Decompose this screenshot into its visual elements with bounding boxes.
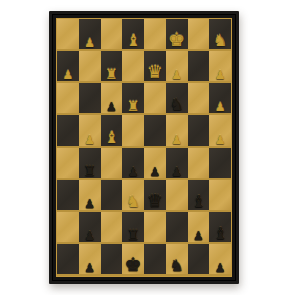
piece-gold-queen-e7[interactable]: ♛ — [147, 63, 163, 81]
square-b8[interactable]: ♟ — [79, 19, 101, 51]
piece-black-pawn-h1[interactable]: ♟ — [215, 262, 226, 274]
square-g4[interactable] — [188, 148, 210, 180]
square-b1[interactable]: ♟ — [79, 244, 101, 276]
square-a1[interactable] — [57, 244, 79, 276]
piece-black-pawn-c6[interactable]: ♟ — [106, 101, 117, 113]
piece-black-rook-b4[interactable]: ♜ — [83, 164, 96, 178]
square-b7[interactable] — [79, 51, 101, 83]
piece-black-pawn-d4[interactable]: ♟ — [128, 166, 139, 178]
square-a5[interactable] — [57, 115, 79, 147]
square-a6[interactable] — [57, 83, 79, 115]
square-b3[interactable]: ♟ — [79, 180, 101, 212]
piece-black-pawn-b2[interactable]: ♟ — [84, 230, 95, 242]
square-c6[interactable]: ♟ — [101, 83, 123, 115]
piece-black-king-d1[interactable]: ♚ — [125, 255, 142, 274]
chess-board-frame: ♟♝♚♞♟♜♛♟♟♟♜♞♟♟♝♟♟♜♟♟♟♟♞♛♝♟♜♟♝♟♚♞♟ — [49, 11, 239, 284]
square-f1[interactable]: ♞ — [166, 244, 188, 276]
square-h6[interactable]: ♟ — [209, 83, 231, 115]
square-d2[interactable]: ♜ — [122, 212, 144, 244]
square-f5[interactable]: ♟ — [166, 115, 188, 147]
square-g5[interactable] — [188, 115, 210, 147]
chess-board: ♟♝♚♞♟♜♛♟♟♟♜♞♟♟♝♟♟♜♟♟♟♟♞♛♝♟♜♟♝♟♚♞♟ — [57, 19, 231, 276]
square-d5[interactable] — [122, 115, 144, 147]
piece-gold-pawn-h7[interactable]: ♟ — [215, 69, 226, 81]
square-e5[interactable] — [144, 115, 166, 147]
square-c4[interactable] — [101, 148, 123, 180]
square-h2[interactable]: ♝ — [209, 212, 231, 244]
piece-gold-king-f8[interactable]: ♚ — [168, 30, 185, 49]
square-g8[interactable] — [188, 19, 210, 51]
piece-gold-pawn-h6[interactable]: ♟ — [215, 101, 226, 113]
square-d6[interactable]: ♜ — [122, 83, 144, 115]
piece-gold-pawn-b8[interactable]: ♟ — [84, 37, 95, 49]
square-e2[interactable] — [144, 212, 166, 244]
square-f2[interactable] — [166, 212, 188, 244]
square-d3[interactable]: ♞ — [122, 180, 144, 212]
piece-black-pawn-g2[interactable]: ♟ — [193, 230, 204, 242]
square-e6[interactable] — [144, 83, 166, 115]
square-d7[interactable] — [122, 51, 144, 83]
square-c2[interactable] — [101, 212, 123, 244]
piece-gold-pawn-a7[interactable]: ♟ — [62, 69, 73, 81]
square-g2[interactable]: ♟ — [188, 212, 210, 244]
square-f8[interactable]: ♚ — [166, 19, 188, 51]
piece-gold-pawn-f7[interactable]: ♟ — [171, 69, 182, 81]
piece-black-bishop-g3[interactable]: ♝ — [191, 194, 205, 210]
piece-black-knight-f1[interactable]: ♞ — [169, 258, 183, 274]
square-g3[interactable]: ♝ — [188, 180, 210, 212]
piece-black-knight-f6[interactable]: ♞ — [169, 97, 183, 113]
square-e4[interactable]: ♟ — [144, 148, 166, 180]
piece-black-bishop-h2[interactable]: ♝ — [213, 226, 227, 242]
square-h5[interactable]: ♟ — [209, 115, 231, 147]
piece-black-pawn-e4[interactable]: ♟ — [149, 166, 160, 178]
square-a4[interactable] — [57, 148, 79, 180]
piece-gold-bishop-d8[interactable]: ♝ — [126, 33, 140, 49]
square-f6[interactable]: ♞ — [166, 83, 188, 115]
square-c3[interactable] — [101, 180, 123, 212]
chess-board-trim: ♟♝♚♞♟♜♛♟♟♟♜♞♟♟♝♟♟♜♟♟♟♟♞♛♝♟♜♟♝♟♚♞♟ — [56, 18, 232, 277]
square-h8[interactable]: ♞ — [209, 19, 231, 51]
square-h3[interactable] — [209, 180, 231, 212]
square-d1[interactable]: ♚ — [122, 244, 144, 276]
square-a2[interactable] — [57, 212, 79, 244]
piece-black-queen-e3[interactable]: ♛ — [147, 192, 163, 210]
square-b5[interactable]: ♟ — [79, 115, 101, 147]
square-h1[interactable]: ♟ — [209, 244, 231, 276]
piece-gold-pawn-h5[interactable]: ♟ — [215, 134, 226, 146]
piece-black-pawn-b1[interactable]: ♟ — [84, 262, 95, 274]
square-g6[interactable] — [188, 83, 210, 115]
square-c1[interactable] — [101, 244, 123, 276]
square-h4[interactable] — [209, 148, 231, 180]
square-f3[interactable] — [166, 180, 188, 212]
square-c5[interactable]: ♝ — [101, 115, 123, 147]
square-h7[interactable]: ♟ — [209, 51, 231, 83]
piece-gold-rook-c7[interactable]: ♜ — [105, 67, 118, 81]
square-e3[interactable]: ♛ — [144, 180, 166, 212]
piece-black-pawn-b3[interactable]: ♟ — [84, 198, 95, 210]
square-a7[interactable]: ♟ — [57, 51, 79, 83]
square-e8[interactable] — [144, 19, 166, 51]
square-g1[interactable] — [188, 244, 210, 276]
square-e7[interactable]: ♛ — [144, 51, 166, 83]
square-c7[interactable]: ♜ — [101, 51, 123, 83]
square-a3[interactable] — [57, 180, 79, 212]
piece-black-pawn-f4[interactable]: ♟ — [171, 166, 182, 178]
square-b4[interactable]: ♜ — [79, 148, 101, 180]
piece-gold-knight-h8[interactable]: ♞ — [213, 33, 227, 49]
piece-gold-pawn-f5[interactable]: ♟ — [171, 134, 182, 146]
square-f4[interactable]: ♟ — [166, 148, 188, 180]
piece-black-rook-d2[interactable]: ♜ — [127, 228, 140, 242]
square-c8[interactable] — [101, 19, 123, 51]
piece-gold-bishop-c5[interactable]: ♝ — [104, 130, 118, 146]
square-d8[interactable]: ♝ — [122, 19, 144, 51]
square-a8[interactable] — [57, 19, 79, 51]
square-e1[interactable] — [144, 244, 166, 276]
square-d4[interactable]: ♟ — [122, 148, 144, 180]
square-f7[interactable]: ♟ — [166, 51, 188, 83]
piece-gold-pawn-b5[interactable]: ♟ — [84, 134, 95, 146]
product-photo-background: ♟♝♚♞♟♜♛♟♟♟♜♞♟♟♝♟♟♜♟♟♟♟♞♛♝♟♜♟♝♟♚♞♟ — [0, 0, 285, 295]
piece-gold-rook-d6[interactable]: ♜ — [127, 99, 140, 113]
square-b6[interactable] — [79, 83, 101, 115]
piece-gold-knight-d3[interactable]: ♞ — [126, 194, 140, 210]
square-g7[interactable] — [188, 51, 210, 83]
square-b2[interactable]: ♟ — [79, 212, 101, 244]
